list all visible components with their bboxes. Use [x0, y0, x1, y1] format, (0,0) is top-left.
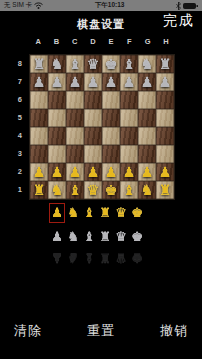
white-king-piece: ♚	[131, 203, 143, 223]
chess-board: ♜♞♝♛♚♝♞♜♟♟♟♟♟♟♟♟♟♟♟♟♟♟♟♟♜♞♝♛♚♝♞♜	[29, 54, 175, 200]
square-f4[interactable]	[120, 127, 138, 145]
black-pawn-piece: ♟	[69, 73, 82, 91]
square-a1[interactable]: ♜	[30, 181, 48, 199]
black-pawn-piece: ♟	[33, 73, 46, 91]
square-d6[interactable]	[84, 91, 102, 109]
white-pawn-piece: ♟	[87, 163, 100, 181]
rank-label-4: 4	[10, 127, 25, 145]
black-queen-piece: ♛	[115, 247, 127, 267]
tray-reflection-queen: ♛	[113, 247, 129, 267]
square-h4[interactable]	[156, 127, 174, 145]
square-a2[interactable]: ♟	[30, 163, 48, 181]
white-pawn-piece: ♟	[51, 163, 64, 181]
square-f6[interactable]	[120, 91, 138, 109]
square-d1[interactable]: ♛	[84, 181, 102, 199]
tray-gold-knight[interactable]: ♞	[65, 203, 81, 223]
tray-reflection-rook: ♜	[97, 247, 113, 267]
piece-tray-reflection: ♟♞♝♜♛♚	[49, 247, 145, 267]
square-d4[interactable]	[84, 127, 102, 145]
square-a5[interactable]	[30, 109, 48, 127]
black-knight-piece: ♞	[67, 227, 79, 247]
bluetooth-icon	[176, 2, 181, 10]
bottom-toolbar: 清除 重置 撤销	[0, 322, 202, 340]
black-king-piece: ♚	[131, 247, 143, 267]
file-label-d: D	[84, 37, 102, 46]
white-pawn-piece: ♟	[141, 163, 154, 181]
white-rook-piece: ♜	[159, 181, 172, 199]
square-b3[interactable]	[48, 145, 66, 163]
file-label-g: G	[139, 37, 157, 46]
file-label-c: C	[66, 37, 84, 46]
square-g4[interactable]	[138, 127, 156, 145]
black-pawn-piece: ♟	[51, 227, 63, 247]
status-bar: 无 SIM 卡 下午10:13	[0, 0, 202, 11]
square-e3[interactable]	[102, 145, 120, 163]
tray-gold-queen[interactable]: ♛	[113, 203, 129, 223]
file-label-a: A	[29, 37, 47, 46]
file-label-e: E	[102, 37, 120, 46]
tray-gold-rook[interactable]: ♜	[97, 203, 113, 223]
rank-label-3: 3	[10, 145, 25, 163]
square-d3[interactable]	[84, 145, 102, 163]
square-c6[interactable]	[66, 91, 84, 109]
square-g7[interactable]: ♟	[138, 73, 156, 91]
black-bishop-piece: ♝	[123, 55, 136, 73]
square-g6[interactable]	[138, 91, 156, 109]
square-g2[interactable]: ♟	[138, 163, 156, 181]
square-f3[interactable]	[120, 145, 138, 163]
black-knight-piece: ♞	[67, 247, 79, 267]
file-label-h: H	[157, 37, 175, 46]
square-a4[interactable]	[30, 127, 48, 145]
battery-icon	[183, 3, 198, 9]
square-a6[interactable]	[30, 91, 48, 109]
square-d7[interactable]: ♟	[84, 73, 102, 91]
tray-silver-queen[interactable]: ♛	[113, 227, 129, 247]
tray-reflection-pawn: ♟	[49, 247, 65, 267]
tray-silver-pawn[interactable]: ♟	[49, 227, 65, 247]
square-h7[interactable]: ♟	[156, 73, 174, 91]
tray-reflection-knight: ♞	[65, 247, 81, 267]
white-rook-piece: ♜	[99, 203, 111, 223]
square-c8[interactable]: ♝	[66, 55, 84, 73]
black-knight-piece: ♞	[141, 55, 154, 73]
square-f8[interactable]: ♝	[120, 55, 138, 73]
square-f5[interactable]	[120, 109, 138, 127]
white-pawn-piece: ♟	[33, 163, 46, 181]
white-pawn-piece: ♟	[105, 163, 118, 181]
black-knight-piece: ♞	[51, 55, 64, 73]
square-g1[interactable]: ♞	[138, 181, 156, 199]
black-pawn-piece: ♟	[51, 73, 64, 91]
square-e7[interactable]: ♟	[102, 73, 120, 91]
black-pawn-piece: ♟	[105, 73, 118, 91]
white-king-piece: ♚	[105, 181, 118, 199]
file-label-f: F	[120, 37, 138, 46]
tray-reflection-bishop: ♝	[81, 247, 97, 267]
square-d8[interactable]: ♛	[84, 55, 102, 73]
tray-silver-rook[interactable]: ♜	[97, 227, 113, 247]
tray-gold-pawn[interactable]: ♟	[49, 203, 65, 223]
black-pawn-piece: ♟	[51, 247, 63, 267]
tray-silver-bishop[interactable]: ♝	[81, 227, 97, 247]
square-c1[interactable]: ♝	[66, 181, 84, 199]
square-b1[interactable]: ♞	[48, 181, 66, 199]
rank-label-8: 8	[10, 55, 25, 73]
rank-label-5: 5	[10, 109, 25, 127]
square-f1[interactable]: ♝	[120, 181, 138, 199]
carrier-label: 无 SIM 卡	[4, 1, 32, 10]
white-pawn-piece: ♟	[69, 163, 82, 181]
file-label-b: B	[47, 37, 65, 46]
square-a8[interactable]: ♜	[30, 55, 48, 73]
square-h6[interactable]	[156, 91, 174, 109]
black-king-piece: ♚	[105, 55, 118, 73]
square-h5[interactable]	[156, 109, 174, 127]
white-knight-piece: ♞	[141, 181, 154, 199]
tray-gold-bishop[interactable]: ♝	[81, 203, 97, 223]
square-h3[interactable]	[156, 145, 174, 163]
white-rook-piece: ♜	[33, 181, 46, 199]
white-bishop-piece: ♝	[69, 181, 82, 199]
black-queen-piece: ♛	[87, 55, 100, 73]
tray-silver-king[interactable]: ♚	[129, 227, 145, 247]
piece-tray-silver: ♟♞♝♜♛♚	[49, 227, 145, 247]
square-b2[interactable]: ♟	[48, 163, 66, 181]
white-queen-piece: ♛	[115, 203, 127, 223]
black-bishop-piece: ♝	[83, 247, 95, 267]
square-g3[interactable]	[138, 145, 156, 163]
square-e5[interactable]	[102, 109, 120, 127]
square-c4[interactable]	[66, 127, 84, 145]
black-queen-piece: ♛	[115, 227, 127, 247]
black-pawn-piece: ♟	[141, 73, 154, 91]
square-h8[interactable]: ♜	[156, 55, 174, 73]
square-d5[interactable]	[84, 109, 102, 127]
white-pawn-piece: ♟	[159, 163, 172, 181]
square-b8[interactable]: ♞	[48, 55, 66, 73]
square-g5[interactable]	[138, 109, 156, 127]
square-h1[interactable]: ♜	[156, 181, 174, 199]
square-c5[interactable]	[66, 109, 84, 127]
rank-label-7: 7	[10, 73, 25, 91]
black-bishop-piece: ♝	[83, 227, 95, 247]
square-e2[interactable]: ♟	[102, 163, 120, 181]
square-h2[interactable]: ♟	[156, 163, 174, 181]
white-bishop-piece: ♝	[83, 203, 95, 223]
square-b7[interactable]: ♟	[48, 73, 66, 91]
square-c7[interactable]: ♟	[66, 73, 84, 91]
black-rook-piece: ♜	[159, 55, 172, 73]
square-b4[interactable]	[48, 127, 66, 145]
clock: 下午10:13	[95, 1, 125, 10]
white-knight-piece: ♞	[67, 203, 79, 223]
square-d2[interactable]: ♟	[84, 163, 102, 181]
black-pawn-piece: ♟	[87, 73, 100, 91]
white-knight-piece: ♞	[51, 181, 64, 199]
tray-gold-king[interactable]: ♚	[129, 203, 145, 223]
white-bishop-piece: ♝	[123, 181, 136, 199]
square-a3[interactable]	[30, 145, 48, 163]
square-e1[interactable]: ♚	[102, 181, 120, 199]
black-bishop-piece: ♝	[69, 55, 82, 73]
black-pawn-piece: ♟	[159, 73, 172, 91]
clear-button[interactable]: 清除	[14, 322, 42, 340]
black-rook-piece: ♜	[33, 55, 46, 73]
rank-label-6: 6	[10, 91, 25, 109]
black-king-piece: ♚	[131, 227, 143, 247]
wifi-icon	[34, 2, 43, 9]
square-f7[interactable]: ♟	[120, 73, 138, 91]
square-b5[interactable]	[48, 109, 66, 127]
file-labels: ABCDEFGH	[29, 37, 175, 46]
square-e4[interactable]	[102, 127, 120, 145]
black-pawn-piece: ♟	[123, 73, 136, 91]
square-c2[interactable]: ♟	[66, 163, 84, 181]
square-g8[interactable]: ♞	[138, 55, 156, 73]
white-pawn-piece: ♟	[123, 163, 136, 181]
undo-button[interactable]: 撤销	[160, 322, 188, 340]
square-e8[interactable]: ♚	[102, 55, 120, 73]
white-pawn-piece: ♟	[51, 203, 63, 223]
square-b6[interactable]	[48, 91, 66, 109]
rank-label-1: 1	[10, 181, 25, 199]
chess-setup-screen: 无 SIM 卡 下午10:13 棋盘设置 完成 ABCDEFGH 8765432…	[0, 0, 202, 359]
tray-reflection-king: ♚	[129, 247, 145, 267]
white-queen-piece: ♛	[87, 181, 100, 199]
square-c3[interactable]	[66, 145, 84, 163]
piece-tray-gold: ♟♞♝♜♛♚	[49, 203, 145, 223]
black-rook-piece: ♜	[99, 227, 111, 247]
rank-labels: 87654321	[10, 55, 25, 199]
square-a7[interactable]: ♟	[30, 73, 48, 91]
tray-silver-knight[interactable]: ♞	[65, 227, 81, 247]
reset-button[interactable]: 重置	[87, 322, 115, 340]
square-f2[interactable]: ♟	[120, 163, 138, 181]
black-rook-piece: ♜	[99, 247, 111, 267]
rank-label-2: 2	[10, 163, 25, 181]
square-e6[interactable]	[102, 91, 120, 109]
done-button[interactable]: 完成	[163, 12, 195, 30]
